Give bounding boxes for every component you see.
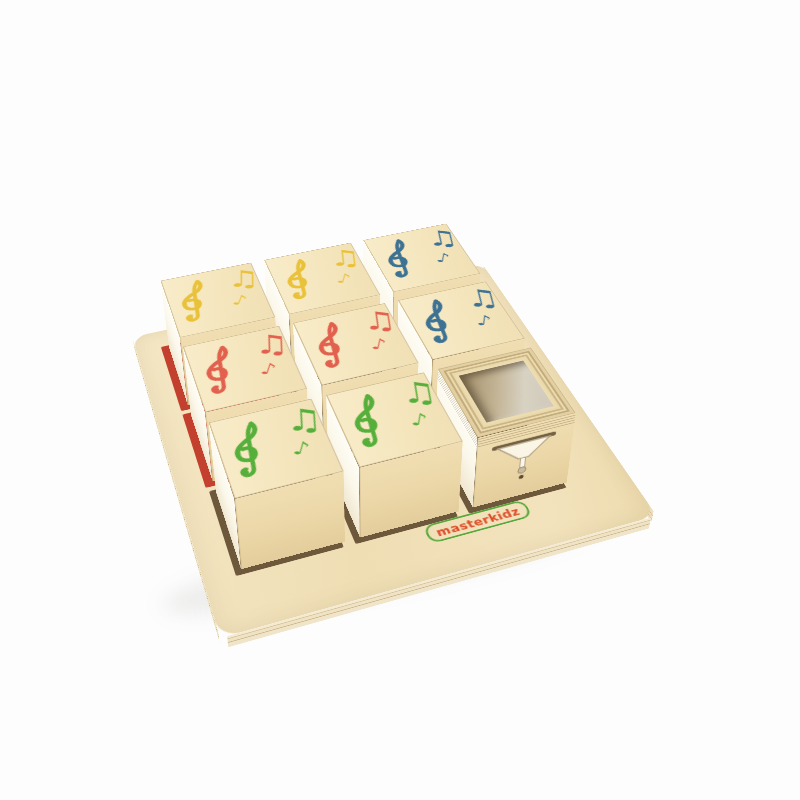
eighth-note-icon: ♪ [258,361,278,378]
eighth-note-icon: ♪ [230,293,249,308]
eighth-note-icon: ♪ [335,272,352,286]
eighth-note-icon: ♪ [291,439,312,459]
treble-clef-icon [379,236,425,282]
treble-clef-icon [174,277,216,327]
beamed-notes-icon: ♫ [424,227,460,249]
treble-clef-icon [310,318,356,373]
eighth-note-icon: ♪ [410,411,429,430]
treble-clef-icon [280,256,322,304]
scene: ♫ ♪ [168,214,578,624]
beamed-notes-icon: ♫ [328,247,363,270]
beamed-notes-icon: ♫ [361,308,399,334]
beamed-notes-icon: ♫ [398,378,440,408]
beamed-notes-icon: ♫ [463,286,502,311]
treble-clef-icon [199,342,243,400]
eighth-note-icon: ♪ [476,313,492,328]
treble-clef-icon [415,296,466,348]
wooden-board: ♫ ♪ [132,263,657,638]
eighth-note-icon: ♪ [435,251,451,265]
treble-clef-icon [227,417,274,484]
beamed-notes-icon: ♫ [254,331,290,359]
beamed-notes-icon: ♫ [227,267,261,291]
treble-clef-icon [345,390,397,454]
open-box-cavity [459,361,554,423]
beamed-notes-icon: ♫ [284,404,324,436]
eighth-note-icon: ♪ [370,337,388,353]
